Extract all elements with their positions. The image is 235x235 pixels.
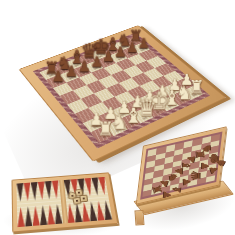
- backgammon-point-red: [80, 202, 90, 222]
- chess-piece-black-p: ♟: [65, 64, 78, 79]
- backgammon-point-red: [17, 207, 25, 227]
- backgammon-left-half: [16, 180, 62, 227]
- chess-piece-black-p: ♟: [102, 50, 115, 64]
- chess-piece-black-p: ♟: [114, 46, 127, 60]
- chess-piece-white-r: ♜: [97, 119, 114, 138]
- backgammon-board: [12, 172, 119, 232]
- folded-board: [123, 128, 235, 235]
- backgammon-point-red: [46, 204, 55, 224]
- backgammon-points-bottom-left: [17, 204, 63, 227]
- backgammon-point-red: [23, 183, 31, 202]
- folded-board-foot: [134, 210, 144, 226]
- backgammon-point-red: [32, 206, 40, 226]
- backgammon-point-dark: [16, 183, 24, 202]
- piled-chess-piece-q: ♛: [189, 169, 202, 181]
- backgammon-point-dark: [39, 205, 48, 225]
- chess-piece-black-p: ♟: [78, 60, 91, 75]
- chess-piece-black-p: ♟: [52, 69, 65, 84]
- backgammon-point-red: [38, 181, 46, 200]
- backgammon-point-dark: [45, 181, 53, 200]
- backgammon-point-red: [98, 177, 108, 196]
- backgammon-points-top-left: [16, 180, 60, 202]
- chess-piece-black-p: ♟: [137, 37, 149, 51]
- backgammon-point-dark: [73, 202, 83, 222]
- chess-grid: ♜♞♝♛♚♝♞♜♟♟♟♟♟♟♟♟♟♟♟♟♟♟♟♟♜♞♝♛♚♝♞♜: [39, 36, 202, 142]
- board-square: [99, 75, 119, 88]
- chess-piece-black-p: ♟: [90, 55, 103, 70]
- backgammon-point-dark: [24, 206, 32, 226]
- die: [79, 195, 88, 202]
- chess-piece-black-p: ♟: [126, 41, 139, 55]
- folded-board-view: ♜♟♞♟♝♟♜♞♟♝♟♛♟♚♟♞: [124, 130, 235, 233]
- product-photo: ♜♞♝♛♚♝♞♜♟♟♟♟♟♟♟♟♟♟♟♟♟♟♟♟♜♞♝♛♚♝♞♜: [0, 0, 235, 235]
- backgammon-view: [10, 168, 128, 234]
- backgammon-right-half: [63, 177, 112, 223]
- backgammon-point-red: [66, 203, 75, 223]
- backgammon-point-dark: [31, 182, 39, 201]
